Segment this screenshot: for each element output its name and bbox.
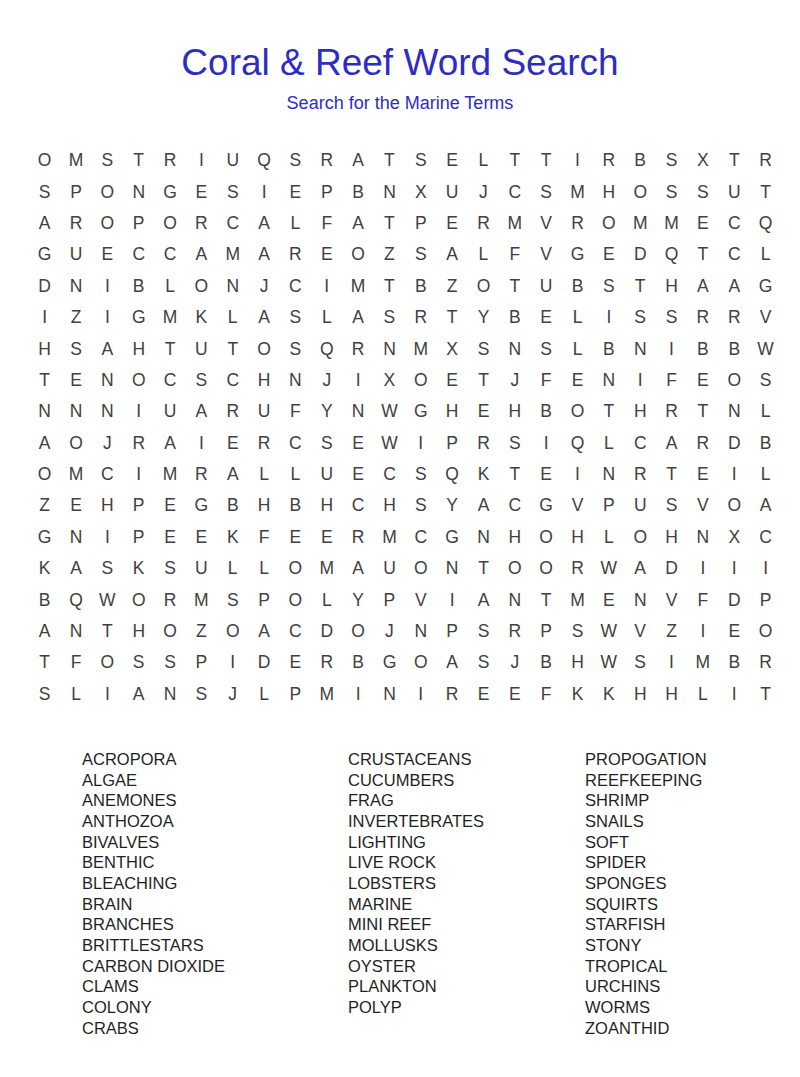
grid-cell[interactable]: U <box>625 490 656 521</box>
grid-cell[interactable]: H <box>436 396 467 427</box>
grid-cell[interactable]: L <box>248 679 279 710</box>
grid-cell[interactable]: I <box>719 679 750 710</box>
grid-cell[interactable]: G <box>562 239 593 270</box>
grid-cell[interactable]: C <box>750 522 781 553</box>
grid-cell[interactable]: N <box>719 396 750 427</box>
grid-cell[interactable]: U <box>311 459 342 490</box>
grid-cell[interactable]: A <box>29 616 60 647</box>
grid-cell[interactable]: I <box>625 365 656 396</box>
grid-cell[interactable]: C <box>123 239 154 270</box>
grid-cell[interactable]: C <box>280 616 311 647</box>
grid-cell[interactable]: R <box>562 553 593 584</box>
grid-cell[interactable]: Q <box>60 584 91 615</box>
grid-cell[interactable]: Z <box>29 490 60 521</box>
grid-cell[interactable]: E <box>280 522 311 553</box>
grid-cell[interactable]: G <box>154 176 185 207</box>
grid-cell[interactable]: K <box>186 302 217 333</box>
grid-cell[interactable]: U <box>531 271 562 302</box>
grid-cell[interactable]: W <box>92 584 123 615</box>
grid-cell[interactable]: O <box>154 208 185 239</box>
grid-cell[interactable]: M <box>311 553 342 584</box>
grid-cell[interactable]: N <box>499 333 530 364</box>
grid-cell[interactable]: F <box>687 584 718 615</box>
grid-cell[interactable]: R <box>311 145 342 176</box>
grid-cell[interactable]: W <box>750 333 781 364</box>
grid-cell[interactable]: L <box>280 459 311 490</box>
grid-cell[interactable]: R <box>217 396 248 427</box>
grid-cell[interactable]: H <box>123 616 154 647</box>
grid-cell[interactable]: H <box>625 679 656 710</box>
grid-cell[interactable]: N <box>405 616 436 647</box>
grid-cell[interactable]: L <box>687 679 718 710</box>
grid-cell[interactable]: O <box>625 522 656 553</box>
grid-cell[interactable]: R <box>719 302 750 333</box>
grid-cell[interactable]: Y <box>436 490 467 521</box>
grid-cell[interactable]: B <box>625 145 656 176</box>
grid-cell[interactable]: L <box>468 145 499 176</box>
grid-cell[interactable]: H <box>656 271 687 302</box>
grid-cell[interactable]: N <box>593 365 624 396</box>
grid-cell[interactable]: S <box>687 176 718 207</box>
grid-cell[interactable]: H <box>248 365 279 396</box>
grid-cell[interactable]: S <box>656 302 687 333</box>
grid-cell[interactable]: S <box>656 176 687 207</box>
grid-cell[interactable]: D <box>719 584 750 615</box>
grid-cell[interactable]: G <box>374 647 405 678</box>
grid-cell[interactable]: T <box>531 145 562 176</box>
grid-cell[interactable]: S <box>405 459 436 490</box>
grid-cell[interactable]: V <box>656 584 687 615</box>
grid-cell[interactable]: T <box>29 647 60 678</box>
grid-cell[interactable]: H <box>499 522 530 553</box>
grid-cell[interactable]: I <box>123 459 154 490</box>
grid-cell[interactable]: O <box>468 271 499 302</box>
grid-cell[interactable]: S <box>656 490 687 521</box>
grid-cell[interactable]: M <box>154 459 185 490</box>
grid-cell[interactable]: A <box>60 553 91 584</box>
grid-cell[interactable]: S <box>531 176 562 207</box>
grid-cell[interactable]: N <box>280 365 311 396</box>
grid-cell[interactable]: S <box>60 333 91 364</box>
grid-cell[interactable]: E <box>719 616 750 647</box>
grid-cell[interactable]: M <box>656 208 687 239</box>
grid-cell[interactable]: R <box>342 522 373 553</box>
grid-cell[interactable]: A <box>186 239 217 270</box>
grid-cell[interactable]: T <box>687 239 718 270</box>
grid-cell[interactable]: R <box>186 208 217 239</box>
grid-cell[interactable]: Z <box>656 616 687 647</box>
grid-cell[interactable]: M <box>186 584 217 615</box>
grid-cell[interactable]: O <box>531 522 562 553</box>
grid-cell[interactable]: O <box>60 428 91 459</box>
grid-cell[interactable]: K <box>123 553 154 584</box>
grid-cell[interactable]: I <box>719 459 750 490</box>
grid-cell[interactable]: B <box>531 396 562 427</box>
grid-cell[interactable]: M <box>499 208 530 239</box>
grid-cell[interactable]: A <box>436 647 467 678</box>
grid-cell[interactable]: I <box>342 679 373 710</box>
grid-cell[interactable]: E <box>687 208 718 239</box>
grid-cell[interactable]: U <box>60 239 91 270</box>
grid-cell[interactable]: H <box>374 490 405 521</box>
grid-cell[interactable]: X <box>719 522 750 553</box>
grid-cell[interactable]: J <box>311 365 342 396</box>
grid-cell[interactable]: R <box>625 459 656 490</box>
grid-cell[interactable]: Z <box>374 239 405 270</box>
grid-cell[interactable]: K <box>468 459 499 490</box>
grid-cell[interactable]: T <box>625 271 656 302</box>
grid-cell[interactable]: I <box>593 302 624 333</box>
grid-cell[interactable]: B <box>750 428 781 459</box>
grid-cell[interactable]: I <box>687 616 718 647</box>
grid-cell[interactable]: Q <box>656 239 687 270</box>
grid-cell[interactable]: S <box>154 647 185 678</box>
grid-cell[interactable]: T <box>499 459 530 490</box>
grid-cell[interactable]: F <box>248 522 279 553</box>
grid-cell[interactable]: I <box>656 647 687 678</box>
grid-cell[interactable]: A <box>750 490 781 521</box>
grid-cell[interactable]: R <box>468 428 499 459</box>
grid-cell[interactable]: G <box>405 396 436 427</box>
grid-cell[interactable]: T <box>374 145 405 176</box>
grid-cell[interactable]: O <box>217 616 248 647</box>
grid-cell[interactable]: L <box>593 428 624 459</box>
grid-cell[interactable]: M <box>687 647 718 678</box>
grid-cell[interactable]: O <box>625 176 656 207</box>
grid-cell[interactable]: L <box>154 271 185 302</box>
grid-cell[interactable]: A <box>342 302 373 333</box>
grid-cell[interactable]: E <box>687 365 718 396</box>
grid-cell[interactable]: T <box>499 145 530 176</box>
grid-cell[interactable]: F <box>280 396 311 427</box>
grid-cell[interactable]: T <box>123 145 154 176</box>
grid-cell[interactable]: I <box>562 459 593 490</box>
grid-cell[interactable]: N <box>436 553 467 584</box>
grid-cell[interactable]: E <box>468 679 499 710</box>
grid-cell[interactable]: S <box>562 616 593 647</box>
grid-cell[interactable]: W <box>374 428 405 459</box>
grid-cell[interactable]: I <box>186 145 217 176</box>
grid-cell[interactable]: C <box>217 365 248 396</box>
grid-cell[interactable]: S <box>186 365 217 396</box>
grid-cell[interactable]: A <box>248 239 279 270</box>
grid-cell[interactable]: L <box>311 584 342 615</box>
grid-cell[interactable]: B <box>280 490 311 521</box>
grid-cell[interactable]: E <box>311 239 342 270</box>
grid-cell[interactable]: A <box>468 584 499 615</box>
grid-cell[interactable]: A <box>656 428 687 459</box>
grid-cell[interactable]: H <box>562 522 593 553</box>
grid-cell[interactable]: M <box>60 459 91 490</box>
grid-cell[interactable]: S <box>186 679 217 710</box>
grid-cell[interactable]: N <box>92 396 123 427</box>
grid-cell[interactable]: Q <box>248 145 279 176</box>
grid-cell[interactable]: I <box>29 302 60 333</box>
grid-cell[interactable]: R <box>186 459 217 490</box>
grid-cell[interactable]: F <box>60 647 91 678</box>
grid-cell[interactable]: O <box>123 584 154 615</box>
grid-cell[interactable]: Y <box>311 396 342 427</box>
grid-cell[interactable]: G <box>29 522 60 553</box>
grid-cell[interactable]: B <box>217 490 248 521</box>
grid-cell[interactable]: S <box>217 584 248 615</box>
grid-cell[interactable]: I <box>248 176 279 207</box>
grid-cell[interactable]: G <box>531 490 562 521</box>
grid-cell[interactable]: N <box>468 522 499 553</box>
grid-cell[interactable]: C <box>374 459 405 490</box>
grid-cell[interactable]: P <box>123 208 154 239</box>
grid-cell[interactable]: O <box>499 553 530 584</box>
grid-cell[interactable]: L <box>248 553 279 584</box>
grid-cell[interactable]: R <box>123 428 154 459</box>
grid-cell[interactable]: M <box>625 208 656 239</box>
grid-cell[interactable]: M <box>562 584 593 615</box>
grid-cell[interactable]: I <box>92 522 123 553</box>
grid-cell[interactable]: S <box>750 365 781 396</box>
grid-cell[interactable]: J <box>499 647 530 678</box>
grid-cell[interactable]: N <box>217 271 248 302</box>
grid-cell[interactable]: N <box>374 333 405 364</box>
grid-cell[interactable]: L <box>593 522 624 553</box>
grid-cell[interactable]: E <box>468 396 499 427</box>
grid-cell[interactable]: T <box>468 365 499 396</box>
grid-cell[interactable]: S <box>593 271 624 302</box>
grid-cell[interactable]: W <box>593 647 624 678</box>
grid-cell[interactable]: A <box>342 553 373 584</box>
grid-cell[interactable]: J <box>217 679 248 710</box>
grid-cell[interactable]: P <box>531 616 562 647</box>
grid-cell[interactable]: B <box>719 333 750 364</box>
grid-cell[interactable]: Q <box>311 333 342 364</box>
grid-cell[interactable]: S <box>29 176 60 207</box>
grid-cell[interactable]: K <box>29 553 60 584</box>
grid-cell[interactable]: P <box>248 584 279 615</box>
grid-cell[interactable]: K <box>593 679 624 710</box>
grid-cell[interactable]: H <box>248 490 279 521</box>
grid-cell[interactable]: E <box>342 428 373 459</box>
grid-cell[interactable]: X <box>436 333 467 364</box>
grid-cell[interactable]: N <box>625 333 656 364</box>
grid-cell[interactable]: L <box>468 239 499 270</box>
grid-cell[interactable]: E <box>186 522 217 553</box>
grid-cell[interactable]: X <box>405 176 436 207</box>
grid-cell[interactable]: O <box>342 616 373 647</box>
grid-cell[interactable]: C <box>499 176 530 207</box>
grid-cell[interactable]: I <box>687 553 718 584</box>
grid-cell[interactable]: B <box>531 647 562 678</box>
grid-cell[interactable]: P <box>593 490 624 521</box>
grid-cell[interactable]: T <box>750 679 781 710</box>
grid-cell[interactable]: O <box>405 553 436 584</box>
grid-cell[interactable]: S <box>154 553 185 584</box>
grid-cell[interactable]: E <box>436 145 467 176</box>
grid-cell[interactable]: A <box>436 239 467 270</box>
grid-cell[interactable]: T <box>687 396 718 427</box>
grid-cell[interactable]: O <box>186 271 217 302</box>
grid-cell[interactable]: I <box>436 584 467 615</box>
grid-cell[interactable]: T <box>468 553 499 584</box>
grid-cell[interactable]: M <box>217 239 248 270</box>
grid-cell[interactable]: S <box>29 679 60 710</box>
grid-cell[interactable]: A <box>468 490 499 521</box>
grid-cell[interactable]: F <box>531 365 562 396</box>
grid-cell[interactable]: U <box>186 333 217 364</box>
grid-cell[interactable]: E <box>186 176 217 207</box>
grid-cell[interactable]: T <box>593 396 624 427</box>
grid-cell[interactable]: R <box>405 302 436 333</box>
grid-cell[interactable]: A <box>248 302 279 333</box>
grid-cell[interactable]: Q <box>436 459 467 490</box>
grid-cell[interactable]: P <box>405 208 436 239</box>
grid-cell[interactable]: C <box>217 208 248 239</box>
grid-cell[interactable]: X <box>687 145 718 176</box>
grid-cell[interactable]: R <box>60 208 91 239</box>
grid-cell[interactable]: L <box>217 302 248 333</box>
grid-cell[interactable]: T <box>531 584 562 615</box>
grid-cell[interactable]: R <box>280 239 311 270</box>
grid-cell[interactable]: P <box>311 176 342 207</box>
grid-cell[interactable]: R <box>656 396 687 427</box>
grid-cell[interactable]: E <box>687 459 718 490</box>
grid-cell[interactable]: D <box>656 553 687 584</box>
grid-cell[interactable]: H <box>625 396 656 427</box>
grid-cell[interactable]: L <box>750 239 781 270</box>
grid-cell[interactable]: A <box>719 271 750 302</box>
grid-cell[interactable]: C <box>92 459 123 490</box>
grid-cell[interactable]: O <box>248 333 279 364</box>
grid-cell[interactable]: E <box>593 584 624 615</box>
grid-cell[interactable]: V <box>531 239 562 270</box>
grid-cell[interactable]: B <box>29 584 60 615</box>
grid-cell[interactable]: H <box>123 333 154 364</box>
grid-cell[interactable]: H <box>593 176 624 207</box>
grid-cell[interactable]: S <box>405 490 436 521</box>
grid-cell[interactable]: O <box>92 208 123 239</box>
grid-cell[interactable]: V <box>405 584 436 615</box>
grid-cell[interactable]: U <box>154 396 185 427</box>
grid-cell[interactable]: F <box>531 679 562 710</box>
grid-cell[interactable]: R <box>750 145 781 176</box>
grid-cell[interactable]: E <box>593 239 624 270</box>
grid-cell[interactable]: W <box>374 396 405 427</box>
grid-cell[interactable]: G <box>123 302 154 333</box>
grid-cell[interactable]: H <box>499 396 530 427</box>
grid-cell[interactable]: P <box>280 679 311 710</box>
grid-cell[interactable]: H <box>311 490 342 521</box>
grid-cell[interactable]: P <box>436 428 467 459</box>
grid-cell[interactable]: S <box>405 239 436 270</box>
grid-cell[interactable]: O <box>154 616 185 647</box>
grid-cell[interactable]: U <box>217 145 248 176</box>
grid-cell[interactable]: L <box>311 302 342 333</box>
grid-cell[interactable]: E <box>60 490 91 521</box>
grid-cell[interactable]: I <box>342 365 373 396</box>
grid-cell[interactable]: S <box>374 302 405 333</box>
grid-cell[interactable]: S <box>656 145 687 176</box>
grid-cell[interactable]: L <box>562 333 593 364</box>
grid-cell[interactable]: T <box>436 302 467 333</box>
grid-cell[interactable]: I <box>217 647 248 678</box>
grid-cell[interactable]: O <box>719 490 750 521</box>
grid-cell[interactable]: R <box>154 584 185 615</box>
grid-cell[interactable]: A <box>342 208 373 239</box>
grid-cell[interactable]: O <box>342 239 373 270</box>
grid-cell[interactable]: D <box>311 616 342 647</box>
grid-cell[interactable]: E <box>60 365 91 396</box>
grid-cell[interactable]: S <box>92 145 123 176</box>
grid-cell[interactable]: G <box>436 522 467 553</box>
grid-cell[interactable]: G <box>186 490 217 521</box>
grid-cell[interactable]: L <box>280 208 311 239</box>
grid-cell[interactable]: R <box>342 333 373 364</box>
grid-cell[interactable]: A <box>217 459 248 490</box>
grid-cell[interactable]: R <box>436 679 467 710</box>
grid-cell[interactable]: J <box>468 176 499 207</box>
grid-cell[interactable]: U <box>436 176 467 207</box>
grid-cell[interactable]: L <box>562 302 593 333</box>
grid-cell[interactable]: P <box>436 616 467 647</box>
grid-cell[interactable]: D <box>719 428 750 459</box>
grid-cell[interactable]: K <box>217 522 248 553</box>
grid-cell[interactable]: E <box>436 208 467 239</box>
grid-cell[interactable]: I <box>562 145 593 176</box>
grid-cell[interactable]: V <box>687 490 718 521</box>
grid-cell[interactable]: R <box>750 647 781 678</box>
grid-cell[interactable]: N <box>374 176 405 207</box>
grid-cell[interactable]: O <box>562 396 593 427</box>
grid-cell[interactable]: M <box>562 176 593 207</box>
grid-cell[interactable]: R <box>468 208 499 239</box>
grid-cell[interactable]: S <box>468 333 499 364</box>
grid-cell[interactable]: C <box>280 428 311 459</box>
grid-cell[interactable]: S <box>468 616 499 647</box>
grid-cell[interactable]: O <box>405 647 436 678</box>
grid-cell[interactable]: S <box>280 333 311 364</box>
grid-cell[interactable]: B <box>593 333 624 364</box>
grid-cell[interactable]: P <box>123 490 154 521</box>
grid-cell[interactable]: V <box>625 616 656 647</box>
grid-cell[interactable]: B <box>562 271 593 302</box>
grid-cell[interactable]: N <box>60 616 91 647</box>
grid-cell[interactable]: E <box>280 647 311 678</box>
grid-cell[interactable]: A <box>248 616 279 647</box>
grid-cell[interactable]: E <box>92 239 123 270</box>
grid-cell[interactable]: J <box>92 428 123 459</box>
grid-cell[interactable]: A <box>342 145 373 176</box>
grid-cell[interactable]: M <box>311 679 342 710</box>
grid-cell[interactable]: V <box>562 490 593 521</box>
grid-cell[interactable]: T <box>656 459 687 490</box>
grid-cell[interactable]: U <box>186 553 217 584</box>
grid-cell[interactable]: Z <box>60 302 91 333</box>
grid-cell[interactable]: I <box>92 271 123 302</box>
grid-cell[interactable]: T <box>374 271 405 302</box>
grid-cell[interactable]: H <box>562 647 593 678</box>
grid-cell[interactable]: U <box>719 176 750 207</box>
grid-cell[interactable]: N <box>593 459 624 490</box>
grid-cell[interactable]: N <box>499 584 530 615</box>
grid-cell[interactable]: H <box>656 679 687 710</box>
grid-cell[interactable]: E <box>217 428 248 459</box>
grid-cell[interactable]: F <box>311 208 342 239</box>
grid-cell[interactable]: P <box>374 584 405 615</box>
grid-cell[interactable]: L <box>248 459 279 490</box>
grid-cell[interactable]: I <box>656 333 687 364</box>
grid-cell[interactable]: I <box>531 428 562 459</box>
grid-cell[interactable]: O <box>531 553 562 584</box>
grid-cell[interactable]: I <box>311 271 342 302</box>
grid-cell[interactable]: A <box>625 553 656 584</box>
